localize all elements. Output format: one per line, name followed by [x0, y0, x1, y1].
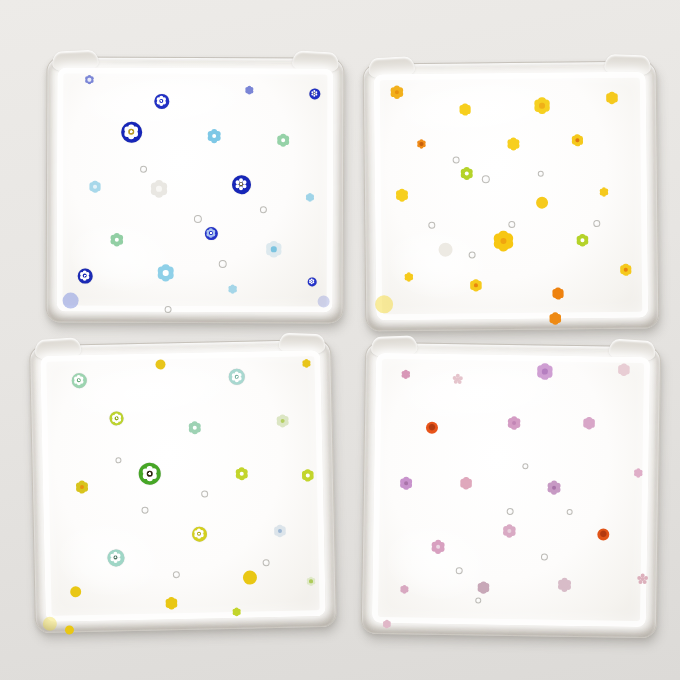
petal-cluster [621, 367, 627, 373]
millefiori-flower-dot [460, 167, 473, 180]
glass-plate-top-left [46, 56, 345, 323]
millefiori-flower-dot [305, 193, 314, 202]
flower-center [306, 473, 310, 477]
millefiori-flower-dot [546, 480, 561, 495]
flower-center [271, 247, 276, 252]
millefiori-flower-dot [306, 576, 316, 586]
cane-center [311, 280, 313, 282]
flower-center [576, 139, 580, 143]
millefiori-flower-dot [228, 284, 238, 294]
millefiori-circle-dot [438, 243, 452, 257]
petal-cluster [609, 95, 615, 101]
millefiori-flower-dot [537, 363, 553, 379]
millefiori-bubble-dot [164, 305, 171, 312]
petal-cluster [463, 480, 469, 486]
petal-cluster [636, 471, 641, 476]
millefiori-flower-dot [401, 369, 411, 379]
petal-cluster [561, 581, 568, 588]
millefiori-flower-dot [399, 477, 412, 490]
millefiori-flower-dot [620, 264, 631, 275]
millefiori-flower-dot [302, 469, 314, 481]
millefiori-bubble-dot [115, 457, 121, 463]
glass-plate-top-right [363, 60, 660, 331]
millefiori-flower-dot [75, 480, 88, 493]
millefiori-flower-dot [274, 525, 286, 537]
cane-center [159, 99, 163, 103]
millefiori-flower-dot [618, 364, 630, 376]
millefiori-milli-dot [71, 373, 86, 388]
millefiori-bubble-dot [141, 506, 148, 513]
photo-scene [0, 0, 680, 680]
plate-frosted-area [372, 353, 650, 627]
millefiori-bubble-dot [452, 156, 459, 163]
petal-cluster [455, 377, 459, 381]
millefiori-flower-dot [507, 416, 521, 430]
millefiori-circle-dot [70, 586, 81, 597]
flower-center [581, 238, 585, 242]
cane-center [239, 182, 244, 187]
millefiori-bubble-dot [201, 490, 208, 497]
millefiori-bubble-dot [475, 597, 481, 603]
petal-cluster [247, 88, 251, 92]
cane-center [113, 555, 117, 559]
millefiori-bubble-dot [428, 221, 435, 228]
millefiori-circle-dot [318, 295, 330, 307]
glass-plate-bottom-right [361, 342, 662, 639]
millefiori-flower-dot [416, 139, 426, 149]
millefiori-bubble-dot [522, 463, 528, 469]
millefiori-bubble-dot [593, 220, 600, 227]
millefiori-circle-dot [64, 625, 73, 634]
cane-center [128, 129, 133, 134]
millefiori-flower-dot [460, 104, 471, 115]
millefiori-flower-dot [493, 231, 513, 251]
petal-cluster [403, 372, 408, 377]
millefiori-star-dot [452, 374, 463, 385]
millefiori-milli-dot [77, 268, 92, 283]
millefiori-flower-dot [110, 233, 124, 247]
flower-center [309, 580, 312, 583]
millefiori-flower-dot [599, 187, 609, 197]
cane-center [147, 471, 153, 477]
millefiori-milli-dot [121, 121, 142, 142]
millefiori-milli-dot [191, 526, 206, 541]
millefiori-flower-dot [157, 264, 174, 281]
millefiori-flower-dot [572, 135, 583, 146]
millefiori-bubble-dot [140, 165, 147, 172]
millefiori-circle-dot [43, 617, 57, 631]
millefiori-bubble-dot [194, 215, 202, 223]
millefiori-flower-dot [470, 279, 482, 291]
millefiori-flower-dot [245, 86, 254, 95]
flower-center [474, 283, 478, 287]
millefiori-milli-dot [231, 175, 250, 194]
millefiori-flower-dot [633, 468, 643, 478]
millefiori-flower-dot [266, 241, 282, 257]
millefiori-bubble-dot [219, 260, 227, 268]
millefiori-circle-dot [375, 295, 393, 313]
millefiori-bubble-dot [482, 175, 490, 183]
millefiori-bubble-dot [506, 507, 513, 514]
cane-center [83, 274, 87, 278]
flower-center [163, 270, 168, 275]
millefiori-milli-dot [307, 277, 316, 286]
cane-center [115, 417, 119, 421]
millefiori-flower-dot [395, 189, 408, 202]
flower-center [420, 142, 423, 145]
millefiori-flower-dot [165, 597, 177, 609]
millefiori-flower-dot [400, 585, 409, 594]
millefiori-flower-dot [383, 620, 391, 628]
millefiori-flower-dot [534, 98, 550, 114]
millefiori-bubble-dot [508, 220, 515, 227]
millefiori-flower-dot [302, 359, 311, 368]
millefiori-flower-dot [232, 607, 241, 616]
millefiori-milli-dot [204, 227, 217, 240]
petal-cluster [552, 316, 558, 322]
millefiori-flower-dot [430, 539, 445, 554]
petal-cluster [385, 622, 389, 626]
petal-cluster [586, 420, 592, 426]
millefiori-flower-dot [277, 134, 290, 147]
petal-cluster [640, 577, 645, 582]
millefiori-bubble-dot [567, 509, 573, 515]
petal-cluster [510, 141, 516, 147]
petal-cluster [463, 107, 468, 112]
cane-center [77, 378, 81, 382]
millefiori-flower-dot [84, 75, 94, 85]
flower-center [542, 369, 547, 374]
millefiori-circle-dot [536, 197, 548, 209]
millefiori-circle-dot [63, 293, 79, 309]
cane-center [313, 92, 316, 95]
flower-center [539, 103, 544, 108]
petal-cluster [407, 275, 412, 280]
millefiori-flower-dot [188, 421, 201, 434]
millefiori-flower-dot [390, 85, 404, 99]
millefiori-bubble-dot [468, 251, 475, 258]
millefiori-flower-dot [89, 181, 100, 192]
petal-cluster [555, 291, 560, 296]
petal-cluster [304, 361, 308, 365]
millefiori-flower-dot [477, 581, 489, 593]
petal-cluster [230, 287, 235, 292]
millefiori-flower-dot [460, 477, 472, 489]
petal-cluster [169, 600, 175, 606]
millefiori-bubble-dot [259, 206, 266, 213]
petal-cluster [235, 610, 239, 614]
millefiori-bubble-dot [538, 171, 544, 177]
cane-center [235, 375, 239, 379]
millefiori-flower-dot [549, 312, 561, 324]
millefiori-bubble-dot [455, 567, 462, 574]
millefiori-flower-dot [276, 414, 289, 427]
flower-center [88, 78, 91, 81]
millefiori-bubble-dot [172, 571, 179, 578]
cane-center [197, 532, 201, 536]
flower-center [624, 268, 628, 272]
petal-cluster [602, 190, 607, 195]
petal-cluster [399, 192, 405, 198]
millefiori-bubble-dot [262, 559, 269, 566]
millefiori-flower-dot [502, 524, 516, 538]
millefiori-flower-dot [557, 577, 572, 592]
flower-center [93, 185, 97, 189]
millefiori-milli-dot [107, 549, 124, 566]
millefiori-flower-dot [404, 272, 414, 282]
millefiori-milli-dot [154, 93, 169, 108]
millefiori-flower-dot [235, 467, 248, 480]
petal-cluster [481, 585, 487, 591]
flower-center [156, 186, 162, 192]
cane-center [209, 231, 212, 234]
millefiori-flower-dot [606, 92, 618, 104]
millefiori-flower-dot [150, 180, 168, 198]
petal-cluster [308, 195, 312, 199]
millefiori-bubble-dot [540, 553, 547, 560]
millefiori-flower-dot [507, 137, 520, 150]
flower-center [278, 529, 282, 533]
millefiori-star-dot [637, 573, 649, 585]
glass-plate-bottom-left [29, 339, 337, 633]
millefiori-milli-dot [309, 88, 320, 99]
petal-cluster [402, 587, 406, 591]
millefiori-flower-dot [576, 234, 588, 246]
millefiori-flower-dot [552, 288, 563, 299]
millefiori-flower-dot [583, 417, 595, 429]
millefiori-flower-dot [207, 129, 222, 144]
